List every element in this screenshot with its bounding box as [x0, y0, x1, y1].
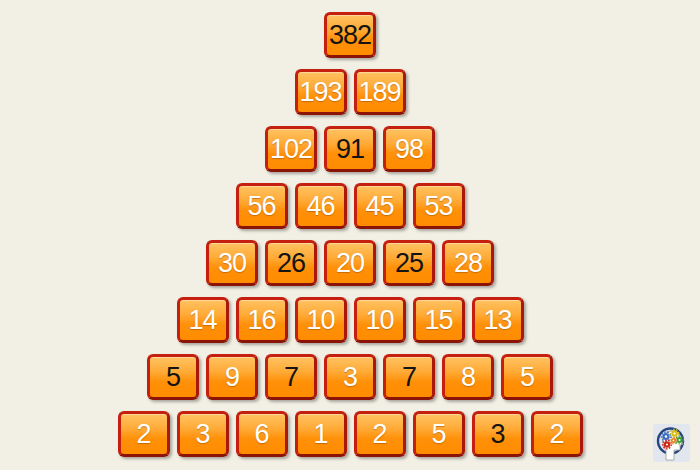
pyramid-cell-r8-c5[interactable]: 2: [354, 411, 406, 457]
puzzle-stage: 3821931891029198564645533026202528141610…: [0, 0, 700, 470]
pyramid-cell-r5-c1[interactable]: 30: [206, 240, 258, 286]
pyramid-row-8: 23612532: [118, 411, 583, 457]
pyramid-cell-r6-c5[interactable]: 15: [413, 297, 465, 343]
pyramid-cell-r8-c2[interactable]: 3: [177, 411, 229, 457]
pyramid-cell-r3-c2[interactable]: 91: [324, 126, 376, 172]
pyramid-row-1: 382: [324, 12, 376, 58]
pyramid-cell-r2-c2[interactable]: 189: [354, 69, 406, 115]
pyramid-cell-r7-c5[interactable]: 7: [383, 354, 435, 400]
pyramid-cell-r8-c4[interactable]: 1: [295, 411, 347, 457]
pyramid-cell-r5-c5[interactable]: 28: [442, 240, 494, 286]
pyramid-cell-r4-c1[interactable]: 56: [236, 183, 288, 229]
pyramid-cell-r1-c1[interactable]: 382: [324, 12, 376, 58]
pyramid-row-5: 3026202528: [206, 240, 494, 286]
pyramid-cell-r4-c3[interactable]: 45: [354, 183, 406, 229]
pyramid-cell-r5-c3[interactable]: 20: [324, 240, 376, 286]
pyramid-cell-r7-c7[interactable]: 5: [501, 354, 553, 400]
pyramid-cell-r5-c2[interactable]: 26: [265, 240, 317, 286]
pyramid-cell-r4-c2[interactable]: 46: [295, 183, 347, 229]
pyramid-cell-r6-c2[interactable]: 16: [236, 297, 288, 343]
pyramid-cell-r7-c2[interactable]: 9: [206, 354, 258, 400]
pyramid-cell-r8-c7[interactable]: 3: [472, 411, 524, 457]
pyramid-cell-r8-c8[interactable]: 2: [531, 411, 583, 457]
pyramid-row-3: 1029198: [265, 126, 435, 172]
pyramid-cell-r8-c6[interactable]: 5: [413, 411, 465, 457]
pyramid-cell-r7-c4[interactable]: 3: [324, 354, 376, 400]
pyramid-row-2: 193189: [295, 69, 406, 115]
pyramid-cell-r5-c4[interactable]: 25: [383, 240, 435, 286]
pyramid-cell-r7-c6[interactable]: 8: [442, 354, 494, 400]
pyramid-cell-r8-c1[interactable]: 2: [118, 411, 170, 457]
pyramid-cell-r6-c1[interactable]: 14: [177, 297, 229, 343]
pyramid-row-7: 5973785: [147, 354, 553, 400]
pyramid-cell-r6-c3[interactable]: 10: [295, 297, 347, 343]
pyramid-cell-r2-c1[interactable]: 193: [295, 69, 347, 115]
pyramid-cell-r4-c4[interactable]: 53: [413, 183, 465, 229]
pyramid-cell-r3-c1[interactable]: 102: [265, 126, 317, 172]
pyramid-cell-r6-c6[interactable]: 13: [472, 297, 524, 343]
pyramid-row-4: 56464553: [236, 183, 465, 229]
brain-gears-logo-svg: [653, 424, 690, 462]
number-pyramid-board: 3821931891029198564645533026202528141610…: [0, 12, 700, 457]
pyramid-cell-r7-c1[interactable]: 5: [147, 354, 199, 400]
pyramid-cell-r7-c3[interactable]: 7: [265, 354, 317, 400]
pyramid-cell-r6-c4[interactable]: 10: [354, 297, 406, 343]
pyramid-row-6: 141610101513: [177, 297, 524, 343]
pyramid-cell-r8-c3[interactable]: 6: [236, 411, 288, 457]
pyramid-cell-r3-c3[interactable]: 98: [383, 126, 435, 172]
brain-gears-logo-icon[interactable]: [653, 424, 690, 462]
